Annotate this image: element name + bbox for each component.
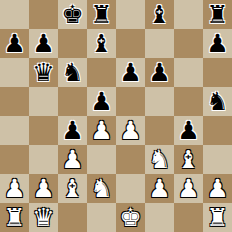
- white-bishop-icon[interactable]: ♝: [61, 174, 83, 203]
- square-d2[interactable]: ♞: [87, 174, 116, 203]
- square-h8[interactable]: ♜: [203, 0, 232, 29]
- square-c3[interactable]: ♟: [58, 145, 87, 174]
- white-pawn-icon[interactable]: ♟: [119, 116, 141, 145]
- square-g4[interactable]: ♟: [174, 116, 203, 145]
- square-c5[interactable]: [58, 87, 87, 116]
- square-e7[interactable]: [116, 29, 145, 58]
- chess-board: ♚♜♝♜♟♟♝♟♛♞♟♟♟♞♟♟♟♟♟♞♝♟♟♝♞♟♟♟♜♛♚♜: [0, 0, 232, 232]
- white-rook-icon[interactable]: ♜: [206, 203, 228, 232]
- square-f2[interactable]: ♟: [145, 174, 174, 203]
- black-rook-icon[interactable]: ♜: [206, 0, 228, 29]
- white-queen-icon[interactable]: ♛: [32, 203, 54, 232]
- square-b5[interactable]: [29, 87, 58, 116]
- black-bishop-icon[interactable]: ♝: [90, 29, 112, 58]
- square-a1[interactable]: ♜: [0, 203, 29, 232]
- square-b8[interactable]: [29, 0, 58, 29]
- square-b4[interactable]: [29, 116, 58, 145]
- square-c6[interactable]: ♞: [58, 58, 87, 87]
- black-pawn-icon[interactable]: ♟: [119, 58, 141, 87]
- white-pawn-icon[interactable]: ♟: [3, 174, 25, 203]
- square-a2[interactable]: ♟: [0, 174, 29, 203]
- white-pawn-icon[interactable]: ♟: [32, 174, 54, 203]
- square-e5[interactable]: [116, 87, 145, 116]
- black-pawn-icon[interactable]: ♟: [61, 116, 83, 145]
- square-f6[interactable]: ♟: [145, 58, 174, 87]
- black-bishop-icon[interactable]: ♝: [148, 0, 170, 29]
- square-f3[interactable]: ♞: [145, 145, 174, 174]
- white-knight-icon[interactable]: ♞: [90, 174, 112, 203]
- black-knight-icon[interactable]: ♞: [206, 87, 228, 116]
- square-a8[interactable]: [0, 0, 29, 29]
- square-b1[interactable]: ♛: [29, 203, 58, 232]
- white-pawn-icon[interactable]: ♟: [61, 145, 83, 174]
- square-b3[interactable]: [29, 145, 58, 174]
- square-h6[interactable]: [203, 58, 232, 87]
- square-d8[interactable]: ♜: [87, 0, 116, 29]
- square-a5[interactable]: [0, 87, 29, 116]
- black-pawn-icon[interactable]: ♟: [177, 116, 199, 145]
- square-a4[interactable]: [0, 116, 29, 145]
- black-king-icon[interactable]: ♚: [61, 0, 83, 29]
- square-e3[interactable]: [116, 145, 145, 174]
- square-c1[interactable]: [58, 203, 87, 232]
- square-g5[interactable]: [174, 87, 203, 116]
- square-a6[interactable]: [0, 58, 29, 87]
- square-h5[interactable]: ♞: [203, 87, 232, 116]
- black-queen-icon[interactable]: ♛: [32, 58, 54, 87]
- square-g6[interactable]: [174, 58, 203, 87]
- square-h7[interactable]: ♟: [203, 29, 232, 58]
- square-g3[interactable]: ♝: [174, 145, 203, 174]
- square-d6[interactable]: [87, 58, 116, 87]
- square-e2[interactable]: [116, 174, 145, 203]
- square-g1[interactable]: [174, 203, 203, 232]
- white-knight-icon[interactable]: ♞: [148, 145, 170, 174]
- square-d5[interactable]: ♟: [87, 87, 116, 116]
- black-pawn-icon[interactable]: ♟: [32, 29, 54, 58]
- square-h4[interactable]: [203, 116, 232, 145]
- square-d3[interactable]: [87, 145, 116, 174]
- square-e1[interactable]: ♚: [116, 203, 145, 232]
- square-h1[interactable]: ♜: [203, 203, 232, 232]
- square-c8[interactable]: ♚: [58, 0, 87, 29]
- square-e6[interactable]: ♟: [116, 58, 145, 87]
- white-pawn-icon[interactable]: ♟: [148, 174, 170, 203]
- square-e8[interactable]: [116, 0, 145, 29]
- white-rook-icon[interactable]: ♜: [3, 203, 25, 232]
- white-king-icon[interactable]: ♚: [119, 203, 141, 232]
- white-pawn-icon[interactable]: ♟: [90, 116, 112, 145]
- black-pawn-icon[interactable]: ♟: [206, 29, 228, 58]
- square-e4[interactable]: ♟: [116, 116, 145, 145]
- square-c7[interactable]: [58, 29, 87, 58]
- square-d1[interactable]: [87, 203, 116, 232]
- square-b6[interactable]: ♛: [29, 58, 58, 87]
- square-h2[interactable]: ♟: [203, 174, 232, 203]
- square-f4[interactable]: [145, 116, 174, 145]
- square-f8[interactable]: ♝: [145, 0, 174, 29]
- square-c4[interactable]: ♟: [58, 116, 87, 145]
- square-a3[interactable]: [0, 145, 29, 174]
- black-pawn-icon[interactable]: ♟: [3, 29, 25, 58]
- square-a7[interactable]: ♟: [0, 29, 29, 58]
- square-d4[interactable]: ♟: [87, 116, 116, 145]
- square-h3[interactable]: [203, 145, 232, 174]
- white-pawn-icon[interactable]: ♟: [177, 174, 199, 203]
- black-pawn-icon[interactable]: ♟: [90, 87, 112, 116]
- white-bishop-icon[interactable]: ♝: [177, 145, 199, 174]
- white-pawn-icon[interactable]: ♟: [206, 174, 228, 203]
- square-b7[interactable]: ♟: [29, 29, 58, 58]
- square-b2[interactable]: ♟: [29, 174, 58, 203]
- black-rook-icon[interactable]: ♜: [90, 0, 112, 29]
- square-g7[interactable]: [174, 29, 203, 58]
- square-g2[interactable]: ♟: [174, 174, 203, 203]
- black-pawn-icon[interactable]: ♟: [148, 58, 170, 87]
- square-c2[interactable]: ♝: [58, 174, 87, 203]
- black-knight-icon[interactable]: ♞: [61, 58, 83, 87]
- square-f7[interactable]: [145, 29, 174, 58]
- square-d7[interactable]: ♝: [87, 29, 116, 58]
- square-g8[interactable]: [174, 0, 203, 29]
- square-f1[interactable]: [145, 203, 174, 232]
- square-f5[interactable]: [145, 87, 174, 116]
